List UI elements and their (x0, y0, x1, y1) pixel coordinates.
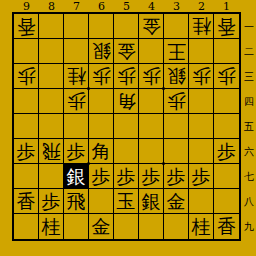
square-8i[interactable]: 桂 (39, 214, 64, 239)
rank-label-9: 九 (242, 214, 256, 239)
square-5h[interactable]: 玉 (114, 189, 139, 214)
shogi-screenshot: 987654321 香金桂香銀金王歩桂歩歩歩銀歩歩歩角歩歩飛歩角歩銀歩歩歩歩歩香… (0, 0, 256, 256)
square-1e[interactable] (214, 114, 239, 139)
rank-label-7: 七 (242, 164, 256, 189)
square-3g[interactable]: 歩 (164, 164, 189, 189)
square-5c[interactable]: 歩 (114, 64, 139, 89)
square-4i[interactable] (139, 214, 164, 239)
square-8c[interactable] (39, 64, 64, 89)
gote-piece-銀: 銀 (92, 39, 111, 64)
square-6g[interactable]: 歩 (89, 164, 114, 189)
gote-piece-香: 香 (217, 14, 236, 39)
sente-piece-歩: 歩 (92, 164, 111, 189)
sente-piece-銀: 銀 (142, 189, 161, 214)
sente-piece-玉: 玉 (117, 189, 136, 214)
gote-piece-歩: 歩 (17, 64, 36, 89)
square-5a[interactable] (114, 14, 139, 39)
sente-piece-銀: 銀 (67, 164, 86, 189)
gote-piece-角: 角 (117, 89, 136, 114)
sente-piece-歩: 歩 (42, 189, 61, 214)
shogi-board: 香金桂香銀金王歩桂歩歩歩銀歩歩歩角歩歩飛歩角歩銀歩歩歩歩歩香歩飛玉銀金桂金桂香 (12, 12, 241, 241)
square-9f[interactable]: 歩 (14, 139, 39, 164)
gote-piece-桂: 桂 (67, 64, 86, 89)
square-2a[interactable]: 桂 (189, 14, 214, 39)
square-6a[interactable] (89, 14, 114, 39)
square-1i[interactable]: 香 (214, 214, 239, 239)
gote-piece-香: 香 (17, 14, 36, 39)
square-7e[interactable] (64, 114, 89, 139)
square-9e[interactable] (14, 114, 39, 139)
square-7g-lastmove[interactable]: 銀 (64, 164, 89, 189)
square-4f[interactable] (139, 139, 164, 164)
square-5e[interactable] (114, 114, 139, 139)
square-7a[interactable] (64, 14, 89, 39)
sente-piece-金: 金 (167, 189, 186, 214)
rank-label-3: 三 (242, 64, 256, 89)
square-2f[interactable] (189, 139, 214, 164)
square-2h[interactable] (189, 189, 214, 214)
square-7d[interactable]: 歩 (64, 89, 89, 114)
square-4c[interactable]: 歩 (139, 64, 164, 89)
gote-piece-飛: 飛 (42, 139, 61, 164)
square-3b[interactable]: 王 (164, 39, 189, 64)
square-5i[interactable] (114, 214, 139, 239)
square-6i[interactable]: 金 (89, 214, 114, 239)
sente-piece-香: 香 (217, 214, 236, 239)
square-3e[interactable] (164, 114, 189, 139)
gote-piece-桂: 桂 (192, 14, 211, 39)
gote-piece-金: 金 (117, 39, 136, 64)
square-6c[interactable]: 歩 (89, 64, 114, 89)
square-3a[interactable] (164, 14, 189, 39)
rank-labels: 一二三四五六七八九 (242, 14, 256, 239)
rank-label-5: 五 (242, 114, 256, 139)
square-9h[interactable]: 香 (14, 189, 39, 214)
gote-piece-歩: 歩 (117, 64, 136, 89)
square-6b[interactable]: 銀 (89, 39, 114, 64)
square-3d[interactable]: 歩 (164, 89, 189, 114)
square-1d[interactable] (214, 89, 239, 114)
square-8b[interactable] (39, 39, 64, 64)
square-4b[interactable] (139, 39, 164, 64)
square-2c[interactable]: 歩 (189, 64, 214, 89)
square-7b[interactable] (64, 39, 89, 64)
square-6h[interactable] (89, 189, 114, 214)
square-3c[interactable]: 銀 (164, 64, 189, 89)
rank-label-8: 八 (242, 189, 256, 214)
gote-piece-歩: 歩 (67, 89, 86, 114)
sente-piece-金: 金 (92, 214, 111, 239)
gote-piece-歩: 歩 (217, 64, 236, 89)
rank-label-6: 六 (242, 139, 256, 164)
square-5f[interactable] (114, 139, 139, 164)
sente-piece-歩: 歩 (67, 139, 86, 164)
square-9b[interactable] (14, 39, 39, 64)
sente-piece-歩: 歩 (17, 139, 36, 164)
sente-piece-香: 香 (17, 189, 36, 214)
square-4a[interactable]: 金 (139, 14, 164, 39)
square-3h[interactable]: 金 (164, 189, 189, 214)
square-3f[interactable] (164, 139, 189, 164)
sente-piece-角: 角 (92, 139, 111, 164)
square-7f[interactable]: 歩 (64, 139, 89, 164)
square-8g[interactable] (39, 164, 64, 189)
square-6d[interactable] (89, 89, 114, 114)
gote-piece-王: 王 (167, 39, 186, 64)
square-1g[interactable] (214, 164, 239, 189)
square-9d[interactable] (14, 89, 39, 114)
sente-piece-歩: 歩 (167, 164, 186, 189)
square-8e[interactable] (39, 114, 64, 139)
gote-piece-歩: 歩 (192, 64, 211, 89)
square-4g[interactable]: 歩 (139, 164, 164, 189)
gote-piece-歩: 歩 (142, 64, 161, 89)
square-7i[interactable] (64, 214, 89, 239)
square-9g[interactable] (14, 164, 39, 189)
square-2e[interactable] (189, 114, 214, 139)
square-9a[interactable]: 香 (14, 14, 39, 39)
square-6e[interactable] (89, 114, 114, 139)
square-4h[interactable]: 銀 (139, 189, 164, 214)
sente-piece-桂: 桂 (192, 214, 211, 239)
square-2i[interactable]: 桂 (189, 214, 214, 239)
sente-piece-歩: 歩 (142, 164, 161, 189)
square-5g[interactable]: 歩 (114, 164, 139, 189)
sente-piece-歩: 歩 (192, 164, 211, 189)
square-6f[interactable]: 角 (89, 139, 114, 164)
square-4e[interactable] (139, 114, 164, 139)
sente-piece-歩: 歩 (117, 164, 136, 189)
square-1a[interactable]: 香 (214, 14, 239, 39)
gote-piece-歩: 歩 (167, 89, 186, 114)
rank-label-4: 四 (242, 89, 256, 114)
rank-label-2: 二 (242, 39, 256, 64)
square-2d[interactable] (189, 89, 214, 114)
rank-label-1: 一 (242, 14, 256, 39)
square-3i[interactable] (164, 214, 189, 239)
sente-piece-飛: 飛 (67, 189, 86, 214)
square-1b[interactable] (214, 39, 239, 64)
sente-piece-桂: 桂 (42, 214, 61, 239)
square-8f[interactable]: 飛 (39, 139, 64, 164)
square-7c[interactable]: 桂 (64, 64, 89, 89)
square-4d[interactable] (139, 89, 164, 114)
square-7h[interactable]: 飛 (64, 189, 89, 214)
square-2b[interactable] (189, 39, 214, 64)
square-2g[interactable]: 歩 (189, 164, 214, 189)
square-8d[interactable] (39, 89, 64, 114)
square-1f[interactable]: 歩 (214, 139, 239, 164)
square-9c[interactable]: 歩 (14, 64, 39, 89)
sente-piece-歩: 歩 (217, 139, 236, 164)
square-8h[interactable]: 歩 (39, 189, 64, 214)
square-8a[interactable] (39, 14, 64, 39)
square-9i[interactable] (14, 214, 39, 239)
gote-piece-銀: 銀 (167, 64, 186, 89)
square-5d[interactable]: 角 (114, 89, 139, 114)
gote-piece-金: 金 (142, 14, 161, 39)
square-5b[interactable]: 金 (114, 39, 139, 64)
gote-piece-歩: 歩 (92, 64, 111, 89)
square-1c[interactable]: 歩 (214, 64, 239, 89)
square-1h[interactable] (214, 189, 239, 214)
